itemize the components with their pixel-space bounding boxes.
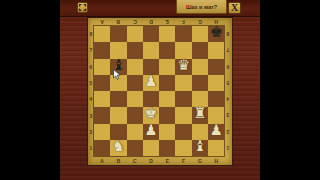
coord-label: B <box>110 156 126 165</box>
chess-board: ABCDEFGH ABCDEFGH 87654321 87654321 ♚♝♛♟… <box>88 18 232 165</box>
file-labels-bottom: ABCDEFGH <box>94 156 224 165</box>
coord-label: 1 <box>88 140 94 156</box>
file-labels-top: ABCDEFGH <box>94 18 224 26</box>
coord-label: 2 <box>224 124 232 140</box>
rank-labels-right: 87654321 <box>224 26 232 156</box>
square-h1[interactable] <box>208 140 224 156</box>
square-h2[interactable]: ♟ <box>208 124 224 140</box>
coord-label: G <box>192 156 208 165</box>
square-g5[interactable] <box>192 75 208 91</box>
white-queen-f6[interactable]: ♛ <box>175 56 191 72</box>
square-d5[interactable]: ♟ <box>143 75 159 91</box>
black-bishop-b6[interactable]: ♝ <box>110 56 126 72</box>
status-text: Шах и мат? <box>186 4 217 10</box>
white-bishop-g1[interactable]: ♝ <box>192 138 208 154</box>
coord-label: 6 <box>224 59 232 75</box>
coord-label: H <box>208 156 224 165</box>
coord-label: 3 <box>224 107 232 123</box>
black-king-h8[interactable]: ♚ <box>208 24 224 40</box>
square-f5[interactable] <box>175 75 191 91</box>
coord-label: C <box>127 18 143 26</box>
square-g1[interactable]: ♝ <box>192 140 208 156</box>
square-c7[interactable] <box>127 42 143 58</box>
square-c6[interactable] <box>127 59 143 75</box>
coord-label: 4 <box>224 91 232 107</box>
coord-label: G <box>192 18 208 26</box>
square-b5[interactable] <box>110 75 126 91</box>
square-e5[interactable] <box>159 75 175 91</box>
square-a5[interactable] <box>94 75 110 91</box>
square-g7[interactable] <box>192 42 208 58</box>
square-g8[interactable] <box>192 26 208 42</box>
coord-label: 2 <box>88 124 94 140</box>
square-h5[interactable] <box>208 75 224 91</box>
coord-label: D <box>143 18 159 26</box>
square-a2[interactable] <box>94 124 110 140</box>
square-e2[interactable] <box>159 124 175 140</box>
white-pawn-d2[interactable]: ♟ <box>143 121 159 137</box>
square-g6[interactable] <box>192 59 208 75</box>
square-b1[interactable]: ♞ <box>110 140 126 156</box>
square-d7[interactable] <box>143 42 159 58</box>
coord-label: A <box>94 18 110 26</box>
coord-label: 7 <box>224 42 232 58</box>
coord-label: E <box>159 156 175 165</box>
coord-label: 8 <box>224 26 232 42</box>
status-panel: Шах и мат? <box>176 0 227 14</box>
coord-label: 1 <box>224 140 232 156</box>
chess-app-window: Шах и мат? X ABCDEFGH ABCDEFGH 87654321 … <box>60 0 260 180</box>
square-h8[interactable]: ♚ <box>208 26 224 42</box>
coord-label: F <box>175 18 191 26</box>
square-e4[interactable] <box>159 91 175 107</box>
square-b4[interactable] <box>110 91 126 107</box>
square-c1[interactable] <box>127 140 143 156</box>
square-g3[interactable]: ♜ <box>192 107 208 123</box>
coord-label: 5 <box>224 75 232 91</box>
coord-label: 4 <box>88 91 94 107</box>
square-c8[interactable] <box>127 26 143 42</box>
square-c5[interactable] <box>127 75 143 91</box>
square-f8[interactable] <box>175 26 191 42</box>
square-h7[interactable] <box>208 42 224 58</box>
coord-label: D <box>143 156 159 165</box>
square-a4[interactable] <box>94 91 110 107</box>
coord-label: 3 <box>88 107 94 123</box>
square-a7[interactable] <box>94 42 110 58</box>
square-a8[interactable] <box>94 26 110 42</box>
board-grid: ♚♝♛♟♚♜♟♟♞♝ <box>94 26 224 156</box>
square-d8[interactable] <box>143 26 159 42</box>
coord-label: B <box>110 18 126 26</box>
coord-label: 7 <box>88 42 94 58</box>
square-f2[interactable] <box>175 124 191 140</box>
white-king-d3[interactable]: ♚ <box>143 105 159 121</box>
coord-label: C <box>127 156 143 165</box>
square-e1[interactable] <box>159 140 175 156</box>
white-rook-g3[interactable]: ♜ <box>192 105 208 121</box>
square-d1[interactable] <box>143 140 159 156</box>
screen: Шах и мат? X ABCDEFGH ABCDEFGH 87654321 … <box>0 0 320 180</box>
square-e3[interactable] <box>159 107 175 123</box>
square-c4[interactable] <box>127 91 143 107</box>
square-a1[interactable] <box>94 140 110 156</box>
coord-label: F <box>175 156 191 165</box>
coord-label: 6 <box>88 59 94 75</box>
rank-labels-left: 87654321 <box>88 26 94 156</box>
square-d2[interactable]: ♟ <box>143 124 159 140</box>
square-f4[interactable] <box>175 91 191 107</box>
square-b3[interactable] <box>110 107 126 123</box>
white-pawn-h2[interactable]: ♟ <box>208 121 224 137</box>
square-e8[interactable] <box>159 26 175 42</box>
square-c3[interactable] <box>127 107 143 123</box>
coord-label: 8 <box>88 26 94 42</box>
coord-label: E <box>159 18 175 26</box>
close-icon: X <box>231 3 238 13</box>
fullscreen-button[interactable] <box>77 2 88 13</box>
square-h6[interactable] <box>208 59 224 75</box>
square-b6[interactable]: ♝ <box>110 59 126 75</box>
white-knight-b1[interactable]: ♞ <box>110 138 126 154</box>
coord-label: A <box>94 156 110 165</box>
square-b8[interactable] <box>110 26 126 42</box>
square-a6[interactable] <box>94 59 110 75</box>
close-button[interactable]: X <box>228 2 241 14</box>
square-c2[interactable] <box>127 124 143 140</box>
square-f3[interactable] <box>175 107 191 123</box>
square-h4[interactable] <box>208 91 224 107</box>
coord-label: 5 <box>88 75 94 91</box>
square-a3[interactable] <box>94 107 110 123</box>
square-f6[interactable]: ♛ <box>175 59 191 75</box>
square-e7[interactable] <box>159 42 175 58</box>
square-f1[interactable] <box>175 140 191 156</box>
fullscreen-arrows-icon <box>78 3 87 12</box>
white-pawn-d5[interactable]: ♟ <box>143 72 159 88</box>
square-e6[interactable] <box>159 59 175 75</box>
